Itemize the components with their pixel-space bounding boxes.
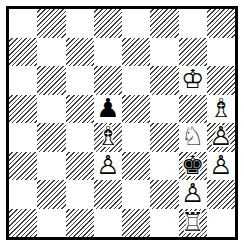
piece-outline-glyph: ♔ [181,67,204,93]
square-b1[interactable] [37,209,65,238]
square-g5[interactable] [179,95,207,124]
square-d4[interactable]: ♝♗ [94,123,122,152]
square-a1[interactable] [9,209,37,238]
square-a8[interactable] [9,9,37,38]
piece-outline-glyph: ♙ [209,124,232,150]
white-knight-g4[interactable]: ♞♘ [179,123,207,152]
square-c5[interactable] [66,95,94,124]
square-a7[interactable] [9,38,37,67]
square-b8[interactable] [37,9,65,38]
white-king-g6[interactable]: ♚♔ [179,66,207,95]
chess-board: ♚♔♟♝♗♝♗♞♘♟♙♟♙♚♟♙♟♙♜♖ [9,9,235,237]
square-c1[interactable] [66,209,94,238]
square-f6[interactable] [150,66,178,95]
square-d7[interactable] [94,38,122,67]
square-c8[interactable] [66,9,94,38]
square-h8[interactable] [207,9,235,38]
square-e2[interactable] [122,180,150,209]
square-h7[interactable] [207,38,235,67]
square-g3[interactable]: ♚ [179,152,207,181]
square-h5[interactable]: ♝♗ [207,95,235,124]
white-pawn-h3[interactable]: ♟♙ [207,152,235,181]
square-f7[interactable] [150,38,178,67]
square-f4[interactable] [150,123,178,152]
square-b2[interactable] [37,180,65,209]
square-f2[interactable] [150,180,178,209]
square-d8[interactable] [94,9,122,38]
square-h1[interactable] [207,209,235,238]
square-b4[interactable] [37,123,65,152]
square-c6[interactable] [66,66,94,95]
piece-outline-glyph: ♘ [181,124,204,150]
square-b7[interactable] [37,38,65,67]
square-c4[interactable] [66,123,94,152]
square-c3[interactable] [66,152,94,181]
piece-outline-glyph: ♙ [209,152,232,178]
square-b3[interactable] [37,152,65,181]
square-a5[interactable] [9,95,37,124]
chess-diagram-page: ♚♔♟♝♗♝♗♞♘♟♙♟♙♚♟♙♟♙♜♖ [0,0,244,245]
square-e3[interactable] [122,152,150,181]
square-a4[interactable] [9,123,37,152]
square-d2[interactable] [94,180,122,209]
square-h4[interactable]: ♟♙ [207,123,235,152]
black-king-g3[interactable]: ♚ [179,152,207,181]
square-g6[interactable]: ♚♔ [179,66,207,95]
square-f8[interactable] [150,9,178,38]
white-pawn-h4[interactable]: ♟♙ [207,123,235,152]
square-h6[interactable] [207,66,235,95]
square-e1[interactable] [122,209,150,238]
square-c7[interactable] [66,38,94,67]
square-e6[interactable] [122,66,150,95]
square-c2[interactable] [66,180,94,209]
square-f3[interactable] [150,152,178,181]
square-e8[interactable] [122,9,150,38]
square-h3[interactable]: ♟♙ [207,152,235,181]
square-b6[interactable] [37,66,65,95]
square-e7[interactable] [122,38,150,67]
piece-outline-glyph: ♗ [96,124,119,150]
square-d1[interactable] [94,209,122,238]
square-e5[interactable] [122,95,150,124]
piece-outline-glyph: ♙ [181,181,204,207]
board-frame: ♚♔♟♝♗♝♗♞♘♟♙♟♙♚♟♙♟♙♜♖ [6,6,238,240]
square-f1[interactable] [150,209,178,238]
square-g7[interactable] [179,38,207,67]
black-pawn-d5[interactable]: ♟ [94,95,122,124]
square-a3[interactable] [9,152,37,181]
piece-outline-glyph: ♗ [209,95,232,121]
square-b5[interactable] [37,95,65,124]
square-d5[interactable]: ♟ [94,95,122,124]
square-f5[interactable] [150,95,178,124]
square-a6[interactable] [9,66,37,95]
square-a2[interactable] [9,180,37,209]
white-rook-g1[interactable]: ♜♖ [179,209,207,238]
white-pawn-d3[interactable]: ♟♙ [94,152,122,181]
white-bishop-d4[interactable]: ♝♗ [94,123,122,152]
piece-outline-glyph: ♖ [181,209,204,235]
white-bishop-h5[interactable]: ♝♗ [207,95,235,124]
square-g8[interactable] [179,9,207,38]
piece-glyph: ♚ [181,152,204,178]
white-pawn-g2[interactable]: ♟♙ [179,180,207,209]
square-g4[interactable]: ♞♘ [179,123,207,152]
square-g1[interactable]: ♜♖ [179,209,207,238]
square-e4[interactable] [122,123,150,152]
piece-outline-glyph: ♙ [96,152,119,178]
square-d6[interactable] [94,66,122,95]
square-d3[interactable]: ♟♙ [94,152,122,181]
piece-glyph: ♟ [96,95,119,121]
square-h2[interactable] [207,180,235,209]
square-g2[interactable]: ♟♙ [179,180,207,209]
